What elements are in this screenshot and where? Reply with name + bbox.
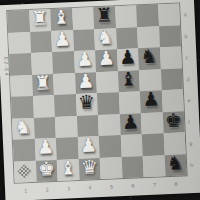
file-label: 8	[174, 181, 177, 187]
white-rook-piece: ♜	[29, 7, 51, 29]
black-bishop-piece: ♝	[117, 68, 139, 90]
black-king-piece: ♚	[162, 109, 184, 131]
white-pawn-piece: ♟	[51, 28, 73, 50]
black-rook-piece: ♜	[93, 4, 115, 26]
square-a8[interactable]	[7, 10, 29, 32]
black-pawn-piece: ♟	[140, 88, 162, 110]
white-rook-piece: ♜	[31, 72, 53, 94]
white-pawn-piece: ♟	[34, 136, 56, 158]
square-e5[interactable]	[96, 71, 118, 93]
square-e4[interactable]	[97, 92, 119, 114]
square-b7[interactable]	[30, 31, 52, 53]
file-label: 1	[24, 187, 27, 193]
square-c7[interactable]: ♟	[51, 30, 73, 52]
white-pawn-piece: ♟	[74, 70, 96, 92]
rank-label: e	[187, 97, 190, 103]
square-a1[interactable]	[14, 160, 36, 182]
film-grain-specks	[0, 0, 1, 1]
square-h1[interactable]: ♞	[164, 154, 186, 176]
square-e6[interactable]: ♟	[95, 49, 117, 71]
square-b5[interactable]: ♜	[32, 74, 54, 96]
square-d1[interactable]: ♛	[78, 158, 100, 180]
square-c5[interactable]	[53, 73, 75, 95]
square-c1[interactable]: ♝	[57, 158, 79, 180]
white-pawn-piece: ♟	[77, 134, 99, 156]
square-b4[interactable]	[32, 95, 54, 117]
square-f2[interactable]	[120, 134, 142, 156]
brand-emblem	[17, 164, 33, 180]
file-label: 6	[131, 183, 134, 189]
file-label: 5	[110, 183, 113, 189]
white-pawn-piece: ♟	[95, 47, 117, 69]
square-a2[interactable]	[13, 139, 35, 161]
square-c4[interactable]	[54, 94, 76, 116]
file-label: 4	[88, 184, 91, 190]
board-photo: Е2-Е4 ♜♝♜♟♞♟♟♟♞♜♟♝♛♟♞♟♚♟♟♚♝♛♞ 12345678ab…	[0, 0, 200, 200]
square-e2[interactable]	[99, 135, 121, 157]
white-king-piece: ♚	[35, 157, 57, 179]
square-h3[interactable]: ♚	[162, 111, 184, 133]
rank-label: c	[185, 54, 188, 60]
chess-board: ♜♝♜♟♞♟♟♟♞♜♟♝♛♟♞♟♚♟♟♚♝♛♞	[7, 3, 186, 182]
black-pawn-piece: ♟	[119, 111, 141, 133]
square-c6[interactable]	[52, 51, 74, 73]
square-h5[interactable]	[160, 68, 182, 90]
square-h6[interactable]	[159, 46, 181, 68]
rank-label: d	[186, 76, 189, 82]
white-bishop-piece: ♝	[57, 156, 79, 178]
square-g1[interactable]	[143, 155, 165, 177]
square-e1[interactable]	[100, 157, 122, 179]
square-d8[interactable]	[72, 7, 94, 29]
square-f5[interactable]: ♝	[117, 70, 139, 92]
rank-label: h	[190, 161, 193, 167]
white-knight-piece: ♞	[94, 26, 116, 48]
black-pawn-piece: ♟	[116, 46, 138, 68]
file-label: 2	[45, 186, 48, 192]
black-knight-piece: ♞	[164, 152, 186, 174]
white-pawn-piece: ♟	[73, 48, 95, 70]
square-a7[interactable]	[8, 31, 30, 53]
square-f3[interactable]: ♟	[119, 113, 141, 135]
square-a5[interactable]	[10, 74, 32, 96]
black-queen-piece: ♛	[75, 91, 97, 113]
square-h8[interactable]	[158, 3, 180, 25]
square-e3[interactable]	[98, 114, 120, 136]
square-g8[interactable]	[136, 4, 158, 26]
square-b8[interactable]: ♜	[29, 9, 51, 31]
white-bishop-piece: ♝	[50, 6, 72, 28]
rank-label: f	[188, 119, 190, 125]
white-knight-piece: ♞	[12, 115, 34, 137]
square-g6[interactable]: ♞	[138, 47, 160, 69]
rank-label: a	[183, 11, 186, 17]
square-g4[interactable]: ♟	[140, 90, 162, 112]
rank-label: g	[189, 140, 192, 146]
black-knight-piece: ♞	[138, 45, 160, 67]
square-g3[interactable]	[141, 112, 163, 134]
square-d4[interactable]: ♛	[75, 93, 97, 115]
file-label: 3	[67, 185, 70, 191]
rank-label: b	[184, 33, 187, 39]
square-a6[interactable]	[9, 53, 31, 75]
square-g2[interactable]	[142, 133, 164, 155]
square-f1[interactable]	[121, 156, 143, 178]
square-a3[interactable]: ♞	[12, 117, 34, 139]
white-queen-piece: ♛	[78, 156, 100, 178]
square-f8[interactable]	[115, 5, 137, 27]
square-h7[interactable]	[159, 25, 181, 47]
file-label: 7	[153, 182, 156, 188]
square-c3[interactable]	[55, 116, 77, 138]
square-b1[interactable]: ♚	[35, 159, 57, 181]
